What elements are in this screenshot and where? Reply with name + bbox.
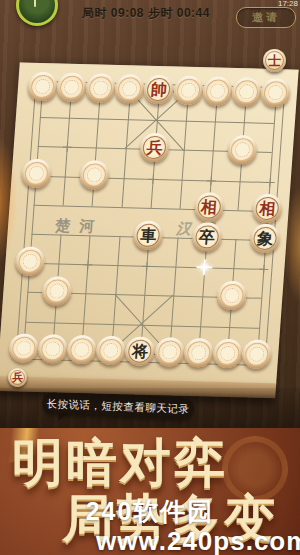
promo-banner[interactable]: 明暗对弈 局势多变 240软件园 www.240ps.com: [0, 428, 300, 555]
piece-black-general[interactable]: 将: [125, 337, 156, 367]
game-screen: 局时 09:08 步时 00:44 17:28 邀请 楚河 汉界 帥兵相相車卒象…: [0, 0, 300, 555]
captured-red-advisor: 士: [263, 49, 286, 72]
voice-chat-hint: 长按说话，短按查看聊天记录: [42, 392, 195, 420]
board-point-marker: [207, 176, 217, 185]
watermark-site-name: 240软件园: [0, 495, 300, 528]
piece-character: 兵: [139, 133, 170, 163]
piece-black-soldier[interactable]: 卒: [191, 222, 222, 252]
piece-black-chariot[interactable]: 車: [133, 220, 164, 250]
board-point-marker: [63, 143, 73, 152]
tray-piece-char: 兵: [8, 368, 27, 387]
captured-red-soldier: 兵: [8, 368, 27, 387]
piece-red-soldier[interactable]: 兵: [139, 133, 170, 163]
board-point-marker: [83, 260, 93, 269]
piece-red-elephant[interactable]: 相: [193, 192, 224, 222]
board-point-marker: [265, 177, 275, 186]
xiangqi-board[interactable]: 楚河 汉界 帥兵相相車卒象将: [0, 0, 300, 436]
piece-black-elephant[interactable]: 象: [250, 223, 281, 253]
piece-character: 相: [252, 194, 283, 224]
piece-character: 象: [250, 223, 281, 253]
river-label-left: 楚河: [55, 216, 104, 236]
tray-piece-char: 士: [263, 49, 286, 72]
watermark-site-url: www.240ps.com: [96, 526, 300, 555]
piece-character: 車: [133, 220, 164, 250]
last-move-marker: [196, 259, 213, 275]
board-point-marker: [259, 265, 269, 274]
board-point-marker: [148, 174, 158, 183]
piece-character: 卒: [191, 222, 222, 252]
piece-red-general[interactable]: 帥: [143, 74, 174, 104]
piece-character: 将: [125, 337, 156, 367]
voice-chat-button[interactable]: 长按说话，短按查看聊天记录: [42, 392, 195, 420]
piece-character: 相: [193, 192, 224, 222]
board-grid: [0, 0, 300, 7]
piece-red-elephant[interactable]: 相: [252, 194, 283, 224]
piece-character: 帥: [143, 74, 174, 104]
board-point-marker: [142, 262, 152, 271]
